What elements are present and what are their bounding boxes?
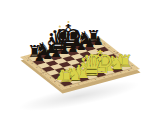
white-rook: ♜ bbox=[59, 68, 74, 85]
black-pawn: ♟ bbox=[34, 51, 45, 63]
chess-set-photo: aa88bb77cc66dd55ee44ff33gg22hh11 ♜♞♝♛♚♝♞… bbox=[0, 0, 166, 120]
pieces-layer: ♜♞♝♛♚♝♞♜♟♟♟♟♟♟♟♟♟♟♟♟♟♟♟♟♜♞♝♛♚♝♞♜ bbox=[0, 0, 166, 120]
king-queen-finial bbox=[59, 26, 61, 28]
